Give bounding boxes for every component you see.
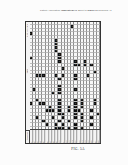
figure-caption: FIG. 5A	[58, 147, 98, 151]
patent-header-number: US 2012/0016678 A1	[88, 9, 112, 11]
column-labels-band: r1r2r3r4r5r6r7r8r9r10r11r12r13r14r15r16r…	[30, 129, 101, 143]
matrix-grid: ××××××××××××××××××××××××××××××××××××××××…	[30, 22, 101, 130]
patent-page: Patent Application Publication Jan. 19, …	[0, 0, 128, 165]
figure-5a-matrix: Num. of errors Tags ××××××××××××××××××××…	[25, 21, 101, 144]
column-label: r22	[97, 130, 100, 143]
